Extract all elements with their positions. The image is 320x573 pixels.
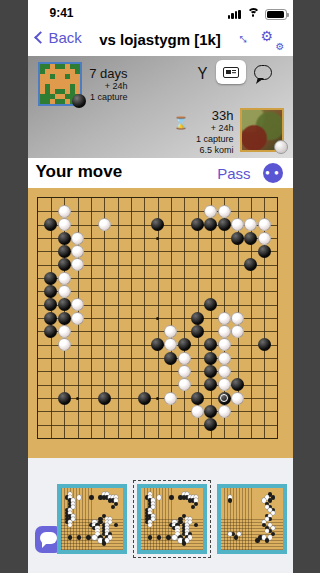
settings-gears-icon[interactable]: ⚙ ⚙ bbox=[261, 28, 285, 50]
mini-stone bbox=[77, 495, 81, 499]
black-stone bbox=[218, 392, 231, 405]
more-options-button[interactable]: ● ● ● bbox=[263, 163, 283, 183]
white-stone bbox=[164, 392, 177, 405]
black-stone bbox=[191, 392, 204, 405]
game-info-button[interactable] bbox=[216, 60, 246, 84]
last-move-marker bbox=[220, 394, 228, 402]
mini-stone bbox=[182, 541, 186, 545]
white-stone bbox=[218, 325, 231, 338]
black-stone bbox=[204, 352, 217, 365]
mini-stone bbox=[194, 523, 198, 527]
fork-analysis-icon[interactable]: Y bbox=[198, 63, 208, 82]
mini-stone bbox=[102, 541, 106, 545]
white-stone bbox=[178, 352, 191, 365]
black-stone bbox=[58, 245, 71, 258]
black-stone bbox=[178, 338, 191, 351]
grid-line bbox=[38, 425, 278, 426]
mini-stone bbox=[77, 535, 81, 539]
mini-stone bbox=[172, 535, 176, 539]
mini-stone bbox=[228, 498, 232, 502]
white-stone bbox=[258, 232, 271, 245]
mini-stone bbox=[68, 535, 72, 539]
games-tray bbox=[28, 458, 293, 573]
white-stone bbox=[258, 218, 271, 231]
white-stone bbox=[218, 352, 231, 365]
game-thumbnail-3[interactable] bbox=[217, 484, 287, 554]
white-stone bbox=[218, 338, 231, 351]
mini-stone bbox=[114, 523, 118, 527]
white-stone bbox=[218, 378, 231, 391]
white-stone bbox=[218, 312, 231, 325]
status-bar: 9:41 bbox=[28, 0, 293, 24]
game-thumbnail-2-selected[interactable] bbox=[137, 484, 207, 554]
black-stone bbox=[164, 352, 177, 365]
mini-stone bbox=[157, 535, 161, 539]
mini-stone bbox=[86, 535, 90, 539]
mini-stone bbox=[157, 495, 161, 499]
star-point bbox=[156, 397, 159, 400]
black-stone bbox=[258, 245, 271, 258]
black-stone bbox=[244, 232, 257, 245]
mini-stone bbox=[191, 505, 195, 509]
black-stone bbox=[138, 392, 151, 405]
black-stone bbox=[191, 325, 204, 338]
navigation-bar: Back vs lojastygm [1k] ↔ ⚙ ⚙ bbox=[28, 24, 293, 56]
white-stone bbox=[58, 272, 71, 285]
mini-stone bbox=[92, 535, 96, 539]
fullscreen-icon[interactable]: ↔ bbox=[230, 26, 256, 52]
black-increment: + 24h bbox=[105, 81, 128, 92]
black-stone bbox=[58, 392, 71, 405]
mini-stone bbox=[234, 535, 238, 539]
game-info-card-icon bbox=[223, 67, 239, 78]
white-captures: 1 capture bbox=[196, 134, 234, 145]
star-point bbox=[76, 397, 79, 400]
go-board[interactable] bbox=[28, 188, 293, 458]
pass-button[interactable]: Pass bbox=[217, 165, 250, 182]
mini-stone bbox=[148, 523, 152, 527]
white-stone bbox=[58, 338, 71, 351]
mini-stone bbox=[89, 495, 93, 499]
white-stone bbox=[218, 365, 231, 378]
black-stone bbox=[44, 312, 57, 325]
black-stone bbox=[218, 218, 231, 231]
clock-time: 9:41 bbox=[50, 6, 74, 20]
black-stone bbox=[44, 272, 57, 285]
black-stone bbox=[191, 312, 204, 325]
white-komi: 6.5 komi bbox=[199, 145, 233, 156]
grid-line bbox=[38, 358, 278, 359]
black-stone bbox=[58, 258, 71, 271]
chat-bubble-icon[interactable] bbox=[254, 65, 272, 80]
battery-icon bbox=[265, 9, 287, 20]
white-stone bbox=[98, 218, 111, 231]
black-captures: 1 capture bbox=[90, 92, 128, 103]
your-move-label: Your move bbox=[36, 162, 123, 182]
white-stone bbox=[71, 312, 84, 325]
white-time: 33h bbox=[212, 108, 234, 123]
black-stone bbox=[58, 298, 71, 311]
mini-stone bbox=[111, 505, 115, 509]
white-stone bbox=[58, 325, 71, 338]
app-window: 9:41 Back vs lojastygm [1k] ↔ ⚙ ⚙ bbox=[28, 0, 293, 573]
mini-stone bbox=[255, 538, 259, 542]
grid-line bbox=[184, 198, 185, 438]
black-stone bbox=[58, 232, 71, 245]
white-stone bbox=[71, 232, 84, 245]
white-increment: + 24h bbox=[211, 123, 234, 134]
white-stone bbox=[178, 365, 191, 378]
white-stone bbox=[58, 218, 71, 231]
white-stone bbox=[218, 405, 231, 418]
black-time: 7 days bbox=[89, 66, 127, 81]
grid-line bbox=[211, 198, 212, 438]
black-stone bbox=[58, 312, 71, 325]
star-point bbox=[156, 237, 159, 240]
white-stone bbox=[58, 205, 71, 218]
star-point bbox=[156, 317, 159, 320]
white-stone bbox=[231, 392, 244, 405]
white-stone bbox=[231, 325, 244, 338]
white-stone bbox=[218, 205, 231, 218]
move-bar: Your move Pass ● ● ● bbox=[28, 158, 293, 188]
white-stone bbox=[191, 405, 204, 418]
cellular-signal-icon bbox=[228, 10, 241, 19]
black-stone bbox=[98, 392, 111, 405]
black-stone bbox=[258, 338, 271, 351]
black-player-info: 7 days + 24h 1 capture bbox=[68, 66, 128, 103]
white-stone bbox=[231, 312, 244, 325]
mini-stone bbox=[265, 538, 269, 542]
game-thumbnail-1[interactable] bbox=[57, 484, 127, 554]
mini-stone bbox=[166, 535, 170, 539]
white-stone bbox=[58, 285, 71, 298]
mini-stone bbox=[68, 523, 72, 527]
white-stone-badge bbox=[274, 140, 288, 154]
mini-stone bbox=[148, 535, 152, 539]
white-player-info: 33h + 24h 1 capture 6.5 komi bbox=[148, 108, 234, 156]
white-stone bbox=[71, 245, 84, 258]
mini-stone bbox=[169, 495, 173, 499]
grid-line bbox=[38, 371, 278, 372]
wifi-icon bbox=[247, 8, 260, 18]
grid-line bbox=[38, 411, 278, 412]
chat-icon bbox=[40, 532, 57, 544]
players-panel: 7 days + 24h 1 capture Y ⌛ 33h + 24h 1 c… bbox=[28, 56, 293, 158]
black-stone bbox=[231, 232, 244, 245]
white-stone bbox=[178, 378, 191, 391]
